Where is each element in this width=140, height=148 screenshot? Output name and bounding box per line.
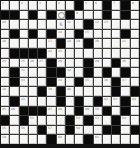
- white-cell[interactable]: 35: [84, 78, 92, 87]
- white-cell[interactable]: 36: [103, 78, 111, 87]
- white-cell[interactable]: [75, 20, 83, 29]
- white-cell[interactable]: [29, 68, 37, 77]
- black-cell: [38, 126, 46, 135]
- clue-number: 55: [2, 126, 6, 129]
- white-cell[interactable]: [10, 39, 18, 48]
- white-cell[interactable]: [112, 39, 120, 48]
- clue-number: 6: [95, 1, 97, 4]
- clue-number: 47: [48, 107, 52, 110]
- black-cell: [66, 11, 74, 20]
- white-cell[interactable]: [20, 135, 28, 144]
- black-cell: [47, 11, 55, 20]
- white-cell[interactable]: [20, 39, 28, 48]
- white-cell[interactable]: [10, 1, 18, 10]
- white-cell[interactable]: [66, 49, 74, 58]
- white-cell[interactable]: [94, 68, 102, 77]
- white-cell[interactable]: [94, 87, 102, 96]
- white-cell[interactable]: [94, 49, 102, 58]
- white-cell[interactable]: [20, 87, 28, 96]
- white-cell[interactable]: [38, 135, 46, 144]
- white-cell[interactable]: [94, 78, 102, 87]
- white-cell[interactable]: [29, 78, 37, 87]
- clue-number: 1: [2, 1, 4, 4]
- black-cell: [103, 11, 111, 20]
- black-cell: [29, 107, 37, 116]
- black-cell: [112, 126, 120, 135]
- white-cell[interactable]: 8: [131, 1, 139, 10]
- white-cell[interactable]: 32: [66, 68, 74, 77]
- white-cell[interactable]: [131, 11, 139, 20]
- white-cell[interactable]: [20, 20, 28, 29]
- white-cell[interactable]: [29, 126, 37, 135]
- white-cell[interactable]: [75, 68, 83, 77]
- clue-number: 57: [48, 126, 52, 129]
- white-cell[interactable]: 6: [94, 1, 102, 10]
- black-cell: [10, 68, 18, 77]
- black-cell: [103, 107, 111, 116]
- clue-number: 27: [39, 59, 43, 62]
- clue-number: 52: [76, 116, 80, 119]
- black-cell: [38, 49, 46, 58]
- clue-number: 3: [39, 1, 41, 4]
- white-cell[interactable]: [131, 39, 139, 48]
- white-cell[interactable]: [131, 135, 139, 144]
- white-cell[interactable]: [103, 135, 111, 144]
- clue-number: 28: [58, 59, 62, 62]
- black-cell: [10, 97, 18, 106]
- black-cell: [29, 30, 37, 39]
- black-cell: [75, 1, 83, 10]
- white-cell[interactable]: [38, 68, 46, 77]
- white-cell[interactable]: [66, 78, 74, 87]
- white-cell[interactable]: [84, 126, 92, 135]
- black-cell: [47, 59, 55, 68]
- white-cell[interactable]: 14: [57, 30, 65, 39]
- white-cell[interactable]: [10, 59, 18, 68]
- black-cell: [66, 126, 74, 135]
- clue-number: 38: [2, 87, 6, 90]
- black-cell: [75, 30, 83, 39]
- white-cell[interactable]: [112, 11, 120, 20]
- white-cell[interactable]: 48: [57, 107, 65, 116]
- white-cell[interactable]: 12: [94, 20, 102, 29]
- white-cell[interactable]: [1, 68, 9, 77]
- clue-number: 24: [2, 59, 6, 62]
- black-cell: [121, 107, 129, 116]
- white-cell[interactable]: 27: [38, 59, 46, 68]
- white-cell[interactable]: 61: [94, 135, 102, 144]
- clue-number: 33: [21, 78, 25, 81]
- white-cell[interactable]: 4: [57, 1, 65, 10]
- white-cell[interactable]: [103, 49, 111, 58]
- clue-number: 18: [67, 39, 71, 42]
- clue-number: 22: [48, 49, 52, 52]
- clue-number: 13: [104, 20, 108, 23]
- white-cell[interactable]: [121, 20, 129, 29]
- black-cell: [20, 107, 28, 116]
- white-cell[interactable]: 60: [57, 135, 65, 144]
- black-cell: [75, 107, 83, 116]
- black-cell: [29, 49, 37, 58]
- clue-number: 37: [122, 78, 126, 81]
- white-cell[interactable]: [131, 20, 139, 29]
- white-cell[interactable]: 34: [57, 78, 65, 87]
- white-cell[interactable]: [131, 78, 139, 87]
- clue-number: 14: [58, 30, 62, 33]
- clue-number: 19: [76, 39, 80, 42]
- black-cell: [1, 11, 9, 20]
- white-cell[interactable]: [1, 97, 9, 106]
- clue-number: 12: [95, 20, 99, 23]
- white-cell[interactable]: 25: [20, 59, 28, 68]
- white-cell[interactable]: [10, 20, 18, 29]
- black-cell: [112, 78, 120, 87]
- black-cell: [94, 97, 102, 106]
- white-cell[interactable]: [66, 1, 74, 10]
- clue-number: 16: [2, 39, 6, 42]
- white-cell[interactable]: 10: [1, 20, 9, 29]
- white-cell[interactable]: 5: [84, 1, 92, 10]
- white-cell[interactable]: [20, 11, 28, 20]
- white-cell[interactable]: [131, 116, 139, 125]
- white-cell[interactable]: [112, 20, 120, 29]
- white-cell[interactable]: [29, 1, 37, 10]
- white-cell[interactable]: [75, 135, 83, 144]
- clue-number: 49: [85, 107, 89, 110]
- black-cell: [57, 97, 65, 106]
- black-cell: [103, 126, 111, 135]
- white-cell[interactable]: [57, 116, 65, 125]
- white-cell[interactable]: 24: [1, 59, 9, 68]
- black-cell: [84, 135, 92, 144]
- white-cell[interactable]: [57, 11, 65, 20]
- white-cell[interactable]: 6: [57, 20, 65, 29]
- clue-number: 2: [21, 1, 23, 4]
- white-cell[interactable]: [131, 68, 139, 77]
- clue-number: 23: [58, 49, 62, 52]
- clue-number: 48: [58, 107, 62, 110]
- clue-number: 50: [95, 107, 99, 110]
- clue-number: 11: [67, 20, 71, 23]
- white-cell[interactable]: [1, 49, 9, 58]
- white-cell[interactable]: [112, 107, 120, 116]
- crossword-grid: 1234567891061112131415161718192021222324…: [1, 1, 139, 144]
- black-cell: [112, 116, 120, 125]
- white-cell[interactable]: [121, 49, 129, 58]
- clue-number: 5: [85, 1, 87, 4]
- clue-number: 46: [11, 107, 15, 110]
- white-cell[interactable]: [57, 126, 65, 135]
- black-cell: [131, 87, 139, 96]
- black-cell: [57, 39, 65, 48]
- clue-number: 9: [76, 11, 78, 14]
- clue-number: 25: [21, 59, 25, 62]
- white-cell[interactable]: 31: [20, 68, 28, 77]
- clue-number: 43: [113, 97, 117, 100]
- white-cell[interactable]: 21: [121, 39, 129, 48]
- white-cell[interactable]: [94, 11, 102, 20]
- white-cell[interactable]: [47, 116, 55, 125]
- black-cell: [38, 87, 46, 96]
- white-cell[interactable]: [112, 68, 120, 77]
- white-cell[interactable]: 33: [20, 78, 28, 87]
- white-cell[interactable]: 30: [121, 59, 129, 68]
- black-cell: [131, 126, 139, 135]
- clue-number: 42: [104, 97, 108, 100]
- white-cell[interactable]: [94, 30, 102, 39]
- black-cell: [112, 59, 120, 68]
- white-cell[interactable]: [38, 116, 46, 125]
- circle-mark: [58, 12, 65, 19]
- white-cell[interactable]: [84, 97, 92, 106]
- clue-number: 54: [122, 116, 126, 119]
- white-cell[interactable]: [112, 49, 120, 58]
- white-cell[interactable]: [84, 87, 92, 96]
- white-cell[interactable]: [10, 126, 18, 135]
- white-cell[interactable]: [112, 30, 120, 39]
- clue-number: 21: [122, 39, 126, 42]
- clue-number: 61: [95, 135, 99, 138]
- clue-number: 34: [58, 78, 62, 81]
- clue-number: 20: [95, 39, 99, 42]
- white-cell[interactable]: 47: [47, 107, 55, 116]
- black-cell: [10, 11, 18, 20]
- black-cell: [121, 97, 129, 106]
- crossword-board: 1234567891061112131415161718192021222324…: [0, 0, 140, 148]
- clue-number: 35: [85, 78, 89, 81]
- white-cell[interactable]: 39: [47, 87, 55, 96]
- white-cell[interactable]: 2: [20, 1, 28, 10]
- clue-number: 30: [122, 59, 126, 62]
- white-cell[interactable]: 38: [1, 87, 9, 96]
- black-cell: [84, 68, 92, 77]
- white-cell[interactable]: 13: [103, 20, 111, 29]
- white-cell[interactable]: [29, 87, 37, 96]
- white-cell[interactable]: [29, 39, 37, 48]
- white-cell[interactable]: 20: [94, 39, 102, 48]
- black-cell: [84, 116, 92, 125]
- white-cell[interactable]: [131, 59, 139, 68]
- white-cell[interactable]: [131, 107, 139, 116]
- black-cell: [20, 49, 28, 58]
- white-cell[interactable]: 49: [84, 107, 92, 116]
- black-cell: [57, 68, 65, 77]
- white-cell[interactable]: [121, 87, 129, 96]
- white-cell[interactable]: [38, 78, 46, 87]
- clue-number: 4: [58, 1, 60, 4]
- white-cell[interactable]: 26: [29, 59, 37, 68]
- white-cell[interactable]: 46: [10, 107, 18, 116]
- black-cell: [121, 1, 129, 10]
- clue-number: 40: [67, 87, 71, 90]
- white-cell[interactable]: 55: [1, 126, 9, 135]
- white-cell[interactable]: 45: [1, 107, 9, 116]
- white-cell[interactable]: [38, 97, 46, 106]
- black-cell: [121, 68, 129, 77]
- black-cell: [103, 68, 111, 77]
- white-cell[interactable]: [121, 135, 129, 144]
- white-cell[interactable]: [47, 97, 55, 106]
- white-cell[interactable]: 28: [57, 59, 65, 68]
- black-cell: [84, 39, 92, 48]
- black-cell: [103, 1, 111, 10]
- clue-number: 56: [21, 126, 25, 129]
- white-cell[interactable]: 52: [75, 116, 83, 125]
- white-cell[interactable]: [103, 59, 111, 68]
- white-cell[interactable]: [29, 135, 37, 144]
- black-cell: [47, 78, 55, 87]
- clue-number: 15: [85, 30, 89, 33]
- white-cell[interactable]: 42: [103, 97, 111, 106]
- white-cell[interactable]: 44: [131, 97, 139, 106]
- clue-number: 58: [76, 126, 80, 129]
- black-cell: [47, 68, 55, 77]
- white-cell[interactable]: [75, 49, 83, 58]
- clue-number: 31: [21, 68, 25, 71]
- white-cell[interactable]: 1: [1, 1, 9, 10]
- black-cell: [47, 135, 55, 144]
- white-cell[interactable]: [103, 30, 111, 39]
- white-cell[interactable]: [38, 39, 46, 48]
- clue-number: 45: [2, 107, 6, 110]
- black-cell: [84, 20, 92, 29]
- clue-number: 41: [21, 97, 25, 100]
- clue-number: 8: [132, 1, 134, 4]
- white-cell[interactable]: [66, 30, 74, 39]
- white-cell[interactable]: [66, 107, 74, 116]
- white-cell[interactable]: 9: [75, 11, 83, 20]
- clue-number: 44: [132, 97, 136, 100]
- white-cell[interactable]: [131, 49, 139, 58]
- black-cell: [38, 107, 46, 116]
- clue-number: 36: [104, 78, 108, 81]
- white-cell[interactable]: [38, 20, 46, 29]
- white-cell[interactable]: [121, 126, 129, 135]
- white-cell[interactable]: [20, 30, 28, 39]
- white-cell[interactable]: 18: [66, 39, 74, 48]
- white-cell[interactable]: 57: [47, 126, 55, 135]
- white-cell[interactable]: 56: [20, 126, 28, 135]
- white-cell[interactable]: [103, 87, 111, 96]
- black-cell: [10, 30, 18, 39]
- white-cell[interactable]: 41: [20, 97, 28, 106]
- black-cell: [121, 30, 129, 39]
- black-cell: [57, 87, 65, 96]
- white-cell[interactable]: [29, 20, 37, 29]
- clue-number: 7: [113, 1, 115, 4]
- white-cell[interactable]: 23: [57, 49, 65, 58]
- white-cell[interactable]: [131, 30, 139, 39]
- black-cell: [121, 11, 129, 20]
- white-cell[interactable]: [66, 97, 74, 106]
- cell-mark: 6: [59, 22, 62, 28]
- black-cell: [10, 49, 18, 58]
- clue-number: 10: [2, 20, 6, 23]
- white-cell[interactable]: 51: [29, 116, 37, 125]
- white-cell[interactable]: [112, 135, 120, 144]
- clue-number: 60: [58, 135, 62, 138]
- white-cell[interactable]: 19: [75, 39, 83, 48]
- clue-number: 59: [2, 135, 6, 138]
- black-cell: [75, 97, 83, 106]
- white-cell[interactable]: 53: [94, 116, 102, 125]
- white-cell[interactable]: [66, 59, 74, 68]
- white-cell[interactable]: [38, 30, 46, 39]
- white-cell[interactable]: 7: [112, 1, 120, 10]
- clue-number: 51: [30, 116, 34, 119]
- white-cell[interactable]: [84, 49, 92, 58]
- white-cell[interactable]: [66, 135, 74, 144]
- white-cell[interactable]: [75, 87, 83, 96]
- black-cell: [112, 87, 120, 96]
- white-cell[interactable]: 16: [1, 39, 9, 48]
- clue-number: 29: [95, 59, 99, 62]
- white-cell[interactable]: [10, 87, 18, 96]
- black-cell: [66, 116, 74, 125]
- white-cell[interactable]: 37: [121, 78, 129, 87]
- white-cell[interactable]: 58: [75, 126, 83, 135]
- white-cell[interactable]: [75, 59, 83, 68]
- white-cell[interactable]: 3: [38, 1, 46, 10]
- clue-number: 32: [67, 68, 71, 71]
- black-cell: [29, 11, 37, 20]
- white-cell[interactable]: [47, 20, 55, 29]
- white-cell[interactable]: [1, 78, 9, 87]
- white-cell[interactable]: 50: [94, 107, 102, 116]
- clue-number: 17: [48, 39, 52, 42]
- black-cell: [20, 116, 28, 125]
- white-cell[interactable]: [103, 39, 111, 48]
- white-cell[interactable]: [38, 11, 46, 20]
- white-cell[interactable]: [84, 11, 92, 20]
- white-cell[interactable]: 40: [66, 87, 74, 96]
- white-cell[interactable]: 11: [66, 20, 74, 29]
- clue-number: 53: [95, 116, 99, 119]
- black-cell: [47, 30, 55, 39]
- white-cell[interactable]: 17: [47, 39, 55, 48]
- white-cell[interactable]: [103, 116, 111, 125]
- white-cell[interactable]: [94, 126, 102, 135]
- black-cell: [84, 59, 92, 68]
- clue-number: 26: [30, 59, 34, 62]
- black-cell: [10, 78, 18, 87]
- white-cell[interactable]: [10, 135, 18, 144]
- white-cell[interactable]: [29, 97, 37, 106]
- white-cell[interactable]: 22: [47, 49, 55, 58]
- white-cell[interactable]: 29: [94, 59, 102, 68]
- black-cell: [75, 78, 83, 87]
- white-cell[interactable]: 15: [84, 30, 92, 39]
- white-cell[interactable]: [1, 30, 9, 39]
- white-cell[interactable]: 59: [1, 135, 9, 144]
- black-cell: [1, 116, 9, 125]
- white-cell[interactable]: 54: [121, 116, 129, 125]
- clue-number: 39: [48, 87, 52, 90]
- white-cell[interactable]: [10, 116, 18, 125]
- white-cell[interactable]: [47, 1, 55, 10]
- white-cell[interactable]: 43: [112, 97, 120, 106]
